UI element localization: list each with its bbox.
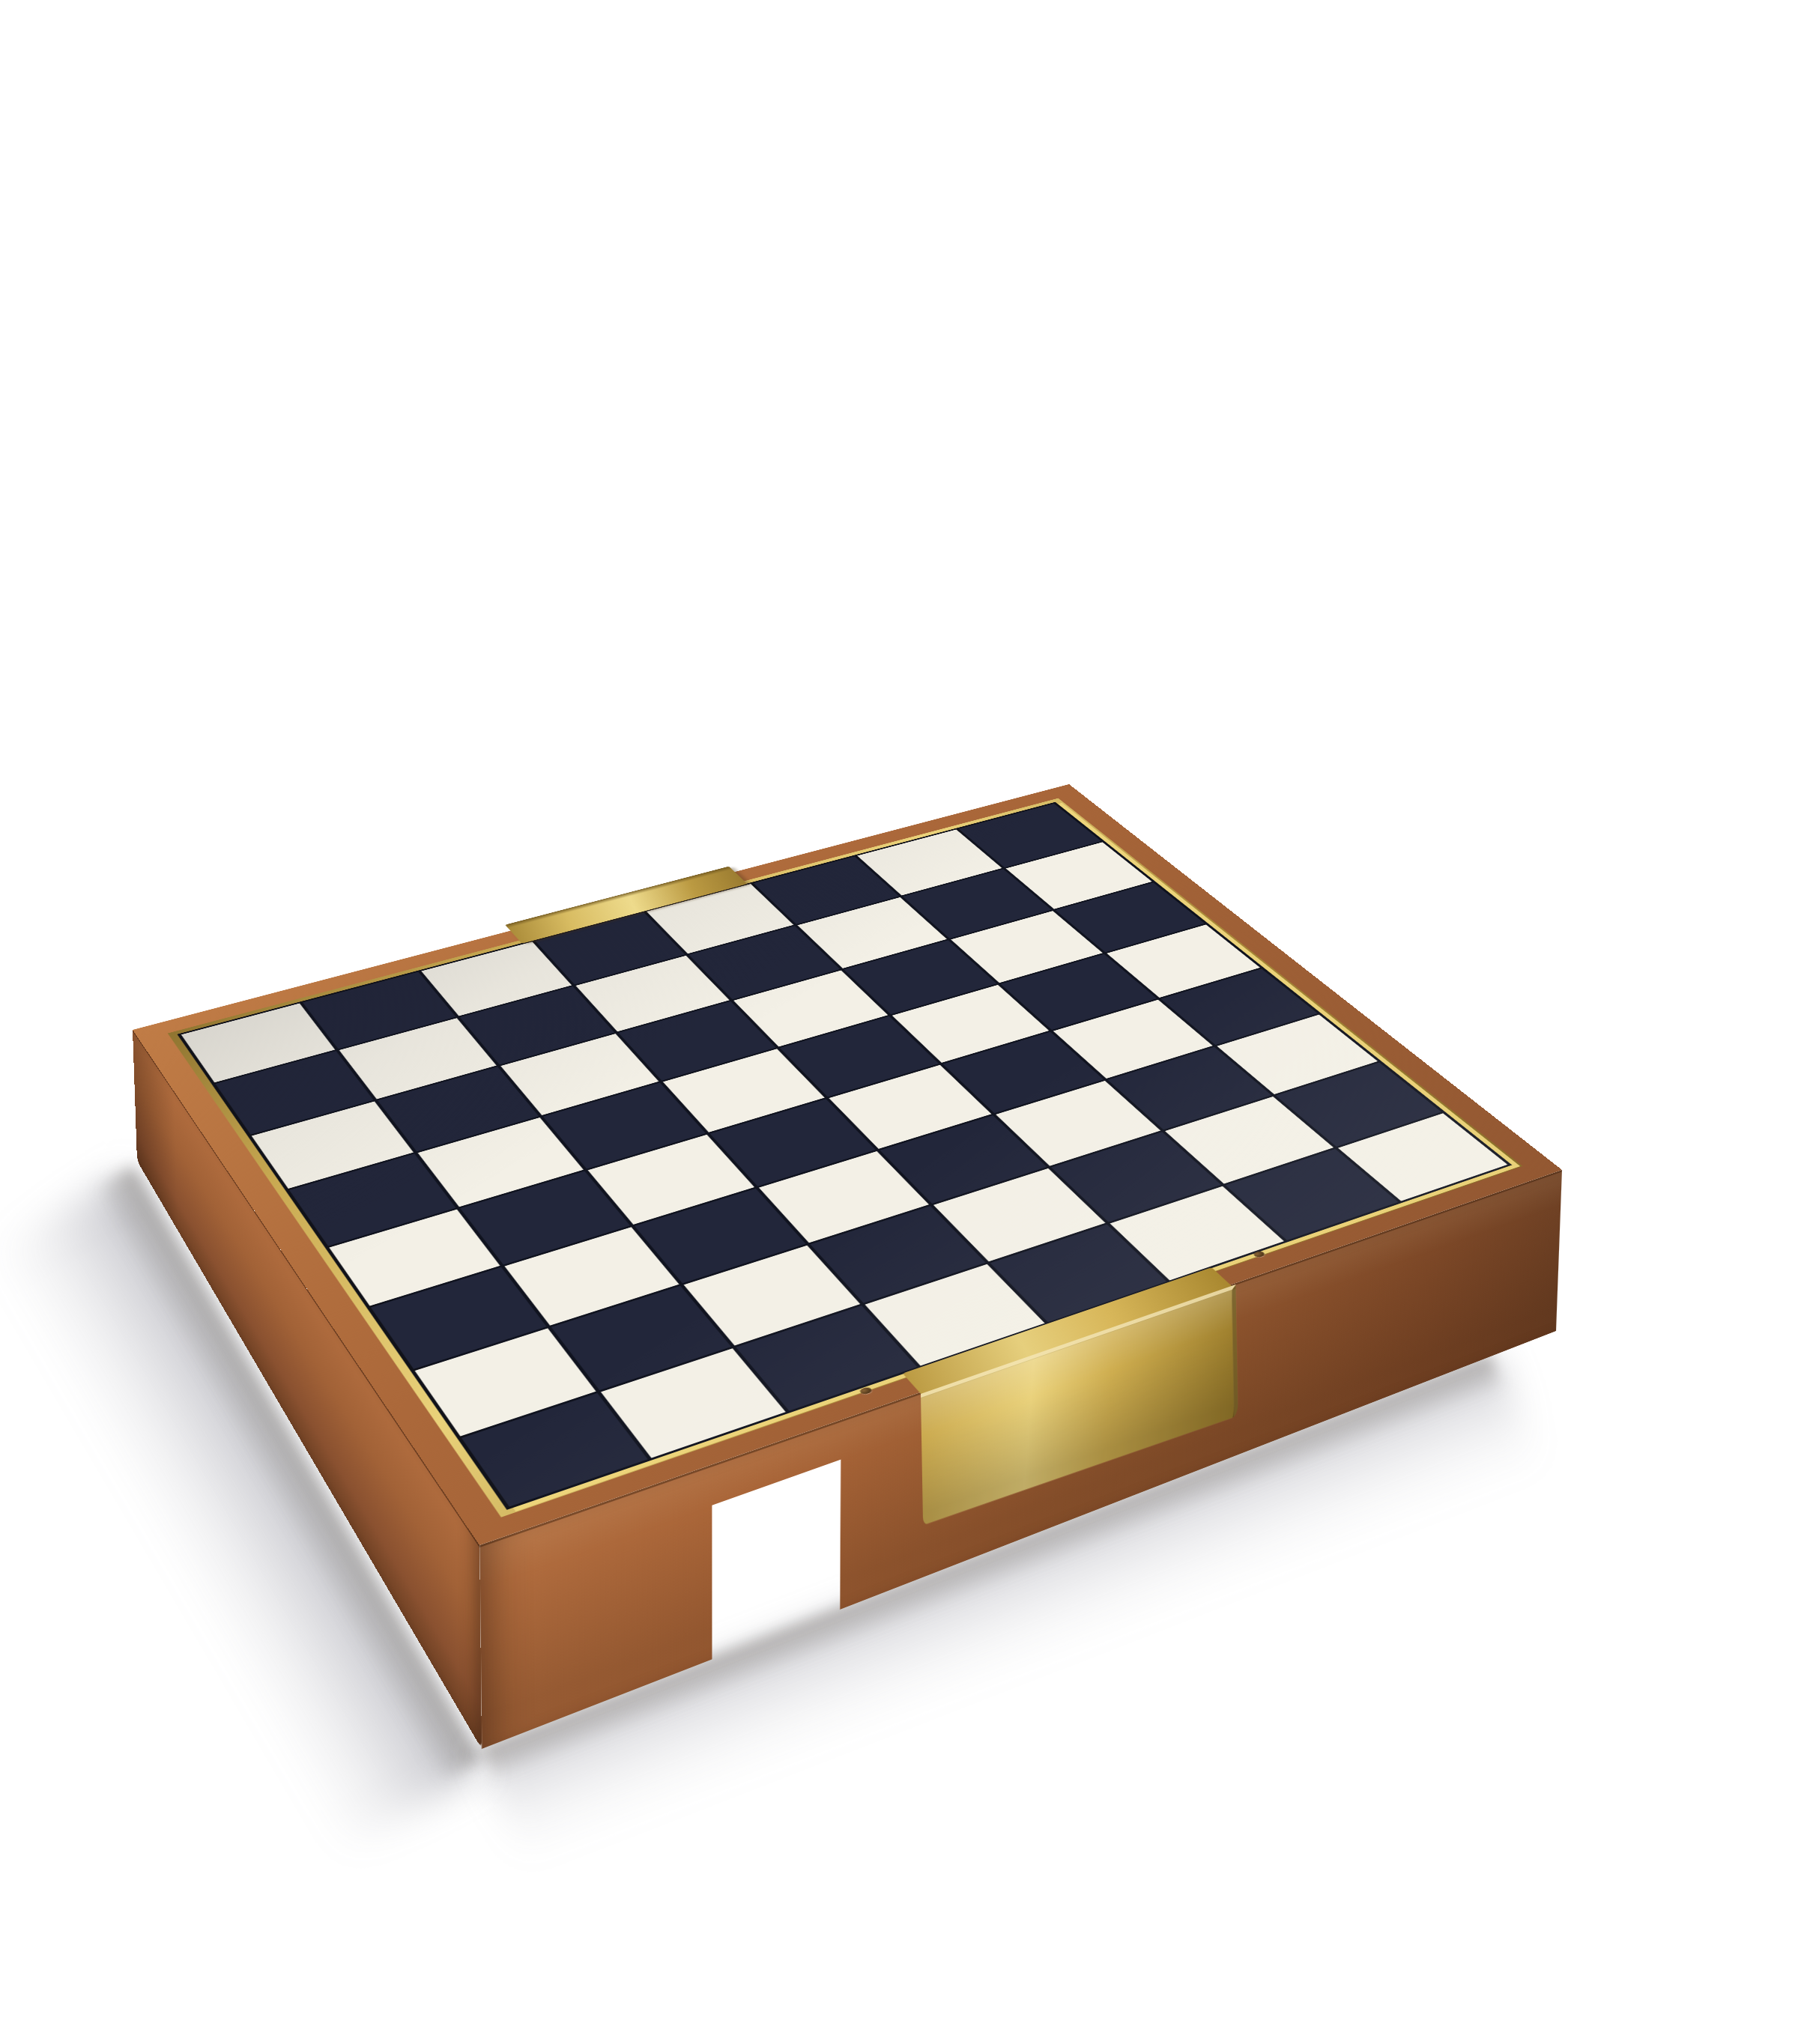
product-scene: Overhead product photo of an empty chess… [0, 0, 1798, 2044]
